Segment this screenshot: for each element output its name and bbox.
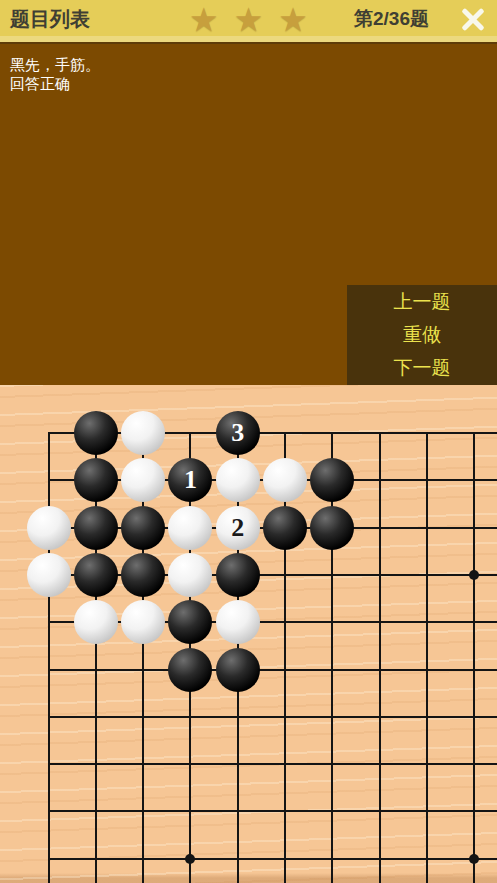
answer-status: 回答正确 [10,74,487,93]
stone-black [121,506,165,550]
stone-black: 1 [168,458,212,502]
stone-white: 2 [216,506,260,550]
go-board[interactable]: 312 [0,385,497,883]
move-number: 3 [231,420,244,446]
close-icon[interactable] [460,6,486,32]
stone-white [121,600,165,644]
stone-black [121,553,165,597]
stone-white [216,600,260,644]
stone-black: 3 [216,411,260,455]
app-screen: 题目列表 ★ ★ ★ 第2/36题 黑先，手筋。 回答正确 上一题 重做 下一题… [0,0,497,883]
stone-black [168,600,212,644]
stone-white [168,506,212,550]
stone-black [263,506,307,550]
stones-layer: 312 [25,409,497,882]
stone-white [27,506,71,550]
prev-problem-button[interactable]: 上一题 [347,285,497,318]
stone-white [216,458,260,502]
stone-black [74,553,118,597]
problem-statement: 黑先，手筋。 [10,55,487,74]
stone-white [27,553,71,597]
stone-black [74,458,118,502]
redo-button[interactable]: 重做 [347,318,497,351]
stone-black [310,458,354,502]
stone-white [121,458,165,502]
stone-white [121,411,165,455]
stone-black [74,506,118,550]
move-number: 2 [231,515,244,541]
difficulty-stars: ★ ★ ★ [189,0,308,38]
stone-white [168,553,212,597]
stone-black [74,411,118,455]
stone-black [216,553,260,597]
star-icon: ★ [189,3,219,36]
progress-label: 第2/36题 [354,0,429,38]
nav-panel: 上一题 重做 下一题 [347,285,497,385]
top-bar: 题目列表 ★ ★ ★ 第2/36题 [0,0,497,42]
problem-panel: 黑先，手筋。 回答正确 上一题 重做 下一题 [0,42,497,385]
stone-white [74,600,118,644]
star-icon: ★ [234,3,264,36]
move-number: 1 [184,467,197,493]
next-problem-button[interactable]: 下一题 [347,352,497,385]
stone-black [310,506,354,550]
stone-black [168,648,212,692]
problem-list-button[interactable]: 题目列表 [10,0,90,38]
stone-black [216,648,260,692]
stone-white [263,458,307,502]
problem-text-block: 黑先，手筋。 回答正确 [0,44,497,93]
star-icon: ★ [278,3,308,36]
